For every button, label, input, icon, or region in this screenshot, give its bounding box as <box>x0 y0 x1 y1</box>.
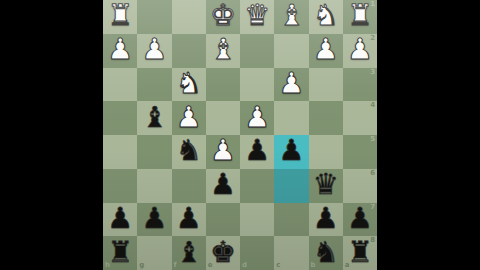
square-b5[interactable] <box>309 135 343 169</box>
file-label-b: b <box>311 262 316 269</box>
white-knight[interactable]: ♞ <box>313 1 339 30</box>
letterbox-right <box>377 0 480 270</box>
file-label-e: e <box>208 262 213 269</box>
white-queen[interactable]: ♛ <box>244 1 270 30</box>
white-rook[interactable]: ♜ <box>107 1 133 30</box>
square-c8[interactable]: c <box>274 236 308 270</box>
square-h8[interactable]: ♜h <box>103 236 137 270</box>
white-pawn[interactable]: ♟ <box>313 35 339 64</box>
square-g4[interactable]: ♝ <box>137 101 171 135</box>
square-h2[interactable]: ♟ <box>103 34 137 68</box>
square-d3[interactable] <box>240 68 274 102</box>
square-f2[interactable] <box>172 34 206 68</box>
square-f8[interactable]: ♝f <box>172 236 206 270</box>
square-c4[interactable] <box>274 101 308 135</box>
black-pawn[interactable]: ♟ <box>210 170 236 199</box>
square-a6[interactable]: 6 <box>343 169 377 203</box>
black-bishop[interactable]: ♝ <box>141 103 167 132</box>
video-frame: ♜♚♛♝♞♜1♟♟♝♟♟2♞♟3♝♟♟4♞♟♟♟5♟♛6♟♟♟♟♟7♜hg♝f♚… <box>0 0 480 270</box>
square-c7[interactable] <box>274 203 308 237</box>
white-pawn[interactable]: ♟ <box>278 69 304 98</box>
black-pawn[interactable]: ♟ <box>244 136 270 165</box>
square-e1[interactable]: ♚ <box>206 0 240 34</box>
square-g8[interactable]: g <box>137 236 171 270</box>
letterbox-left <box>0 0 103 270</box>
white-pawn[interactable]: ♟ <box>107 35 133 64</box>
square-f5[interactable]: ♞ <box>172 135 206 169</box>
file-label-c: c <box>276 262 280 269</box>
rank-label-5: 5 <box>370 136 375 143</box>
black-pawn[interactable]: ♟ <box>176 204 202 233</box>
square-d4[interactable]: ♟ <box>240 101 274 135</box>
file-label-a: a <box>345 262 350 269</box>
white-rook[interactable]: ♜ <box>347 1 373 30</box>
chess-board: ♜♚♛♝♞♜1♟♟♝♟♟2♞♟3♝♟♟4♞♟♟♟5♟♛6♟♟♟♟♟7♜hg♝f♚… <box>103 0 377 270</box>
white-bishop[interactable]: ♝ <box>278 1 304 30</box>
square-g1[interactable] <box>137 0 171 34</box>
square-e2[interactable]: ♝ <box>206 34 240 68</box>
black-king[interactable]: ♚ <box>210 238 236 267</box>
rank-label-2: 2 <box>370 35 375 42</box>
white-pawn[interactable]: ♟ <box>347 35 373 64</box>
square-g7[interactable]: ♟ <box>137 203 171 237</box>
square-c2[interactable] <box>274 34 308 68</box>
square-b1[interactable]: ♞ <box>309 0 343 34</box>
square-f7[interactable]: ♟ <box>172 203 206 237</box>
black-bishop[interactable]: ♝ <box>176 238 202 267</box>
black-pawn[interactable]: ♟ <box>278 136 304 165</box>
black-knight[interactable]: ♞ <box>176 136 202 165</box>
square-a8[interactable]: ♜8a <box>343 236 377 270</box>
square-g3[interactable] <box>137 68 171 102</box>
square-c6[interactable] <box>274 169 308 203</box>
square-b6[interactable]: ♛ <box>309 169 343 203</box>
white-bishop[interactable]: ♝ <box>210 35 236 64</box>
square-g6[interactable] <box>137 169 171 203</box>
square-h5[interactable] <box>103 135 137 169</box>
square-d5[interactable]: ♟ <box>240 135 274 169</box>
square-f4[interactable]: ♟ <box>172 101 206 135</box>
square-h1[interactable]: ♜ <box>103 0 137 34</box>
black-rook[interactable]: ♜ <box>107 238 133 267</box>
rank-label-1: 1 <box>370 1 375 8</box>
file-label-h: h <box>105 262 110 269</box>
square-c1[interactable]: ♝ <box>274 0 308 34</box>
black-rook[interactable]: ♜ <box>347 238 373 267</box>
file-label-d: d <box>242 262 247 269</box>
square-e6[interactable]: ♟ <box>206 169 240 203</box>
square-h4[interactable] <box>103 101 137 135</box>
square-g5[interactable] <box>137 135 171 169</box>
file-label-f: f <box>174 262 177 269</box>
square-h6[interactable] <box>103 169 137 203</box>
square-d6[interactable] <box>240 169 274 203</box>
black-pawn[interactable]: ♟ <box>313 204 339 233</box>
square-h7[interactable]: ♟ <box>103 203 137 237</box>
black-knight[interactable]: ♞ <box>313 238 339 267</box>
square-b8[interactable]: ♞b <box>309 236 343 270</box>
square-a4[interactable]: 4 <box>343 101 377 135</box>
square-e3[interactable] <box>206 68 240 102</box>
rank-label-6: 6 <box>370 170 375 177</box>
square-a1[interactable]: ♜1 <box>343 0 377 34</box>
white-pawn[interactable]: ♟ <box>176 103 202 132</box>
square-b2[interactable]: ♟ <box>309 34 343 68</box>
white-pawn[interactable]: ♟ <box>210 136 236 165</box>
white-pawn[interactable]: ♟ <box>141 35 167 64</box>
rank-label-4: 4 <box>370 102 375 109</box>
square-f1[interactable] <box>172 0 206 34</box>
square-g2[interactable]: ♟ <box>137 34 171 68</box>
square-b7[interactable]: ♟ <box>309 203 343 237</box>
square-c5[interactable]: ♟ <box>274 135 308 169</box>
square-f6[interactable] <box>172 169 206 203</box>
square-d8[interactable]: d <box>240 236 274 270</box>
black-pawn[interactable]: ♟ <box>347 204 373 233</box>
black-pawn[interactable]: ♟ <box>107 204 133 233</box>
black-pawn[interactable]: ♟ <box>141 204 167 233</box>
square-d2[interactable] <box>240 34 274 68</box>
square-e7[interactable] <box>206 203 240 237</box>
square-d1[interactable]: ♛ <box>240 0 274 34</box>
square-a7[interactable]: ♟7 <box>343 203 377 237</box>
square-f3[interactable]: ♞ <box>172 68 206 102</box>
square-d7[interactable] <box>240 203 274 237</box>
white-pawn[interactable]: ♟ <box>244 103 270 132</box>
square-a2[interactable]: ♟2 <box>343 34 377 68</box>
square-c3[interactable]: ♟ <box>274 68 308 102</box>
black-queen[interactable]: ♛ <box>313 170 339 199</box>
square-e8[interactable]: ♚e <box>206 236 240 270</box>
square-e4[interactable] <box>206 101 240 135</box>
square-a3[interactable]: 3 <box>343 68 377 102</box>
rank-label-8: 8 <box>370 237 375 244</box>
file-label-g: g <box>139 262 144 269</box>
square-h3[interactable] <box>103 68 137 102</box>
square-b3[interactable] <box>309 68 343 102</box>
rank-label-7: 7 <box>370 204 375 211</box>
white-king[interactable]: ♚ <box>210 1 236 30</box>
square-b4[interactable] <box>309 101 343 135</box>
square-e5[interactable]: ♟ <box>206 135 240 169</box>
rank-label-3: 3 <box>370 69 375 76</box>
square-a5[interactable]: 5 <box>343 135 377 169</box>
white-knight[interactable]: ♞ <box>176 69 202 98</box>
